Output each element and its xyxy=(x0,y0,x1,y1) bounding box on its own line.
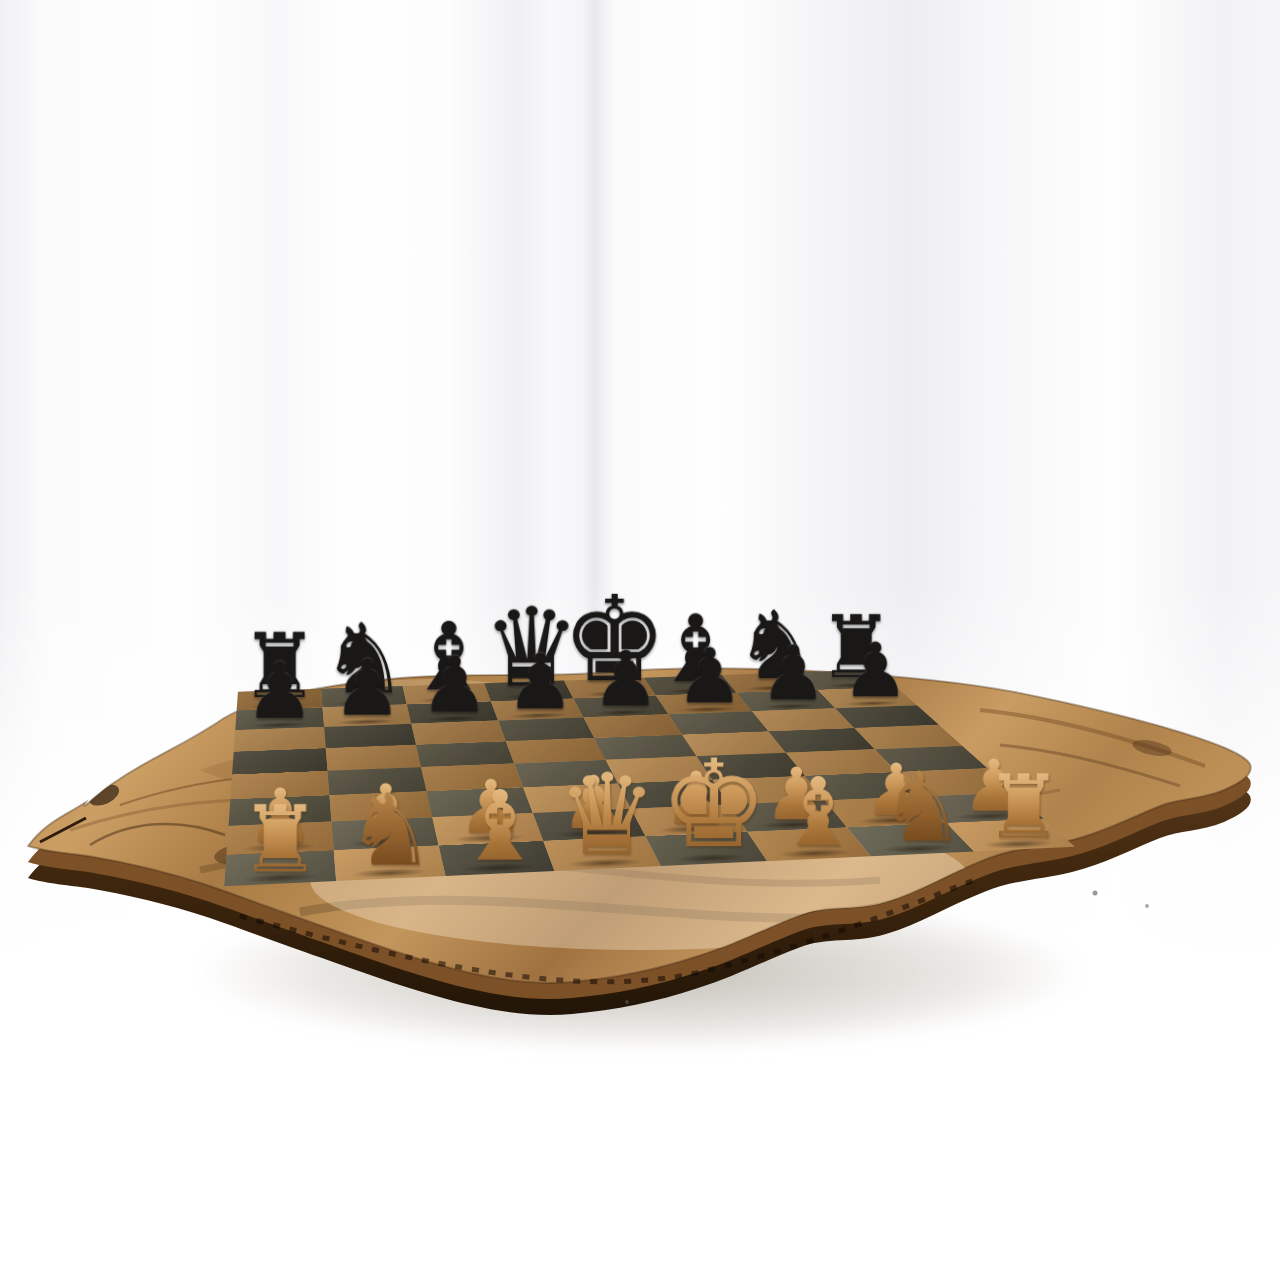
olive-wood-slab xyxy=(0,0,1280,1280)
product-photo-scene: ♜♞♝♛♚♝♞♜♟♟♟♟♟♟♟♟♟♟♟♟♟♟♟♟♜♞♝♛♚♝♞♜ xyxy=(0,0,1280,1280)
